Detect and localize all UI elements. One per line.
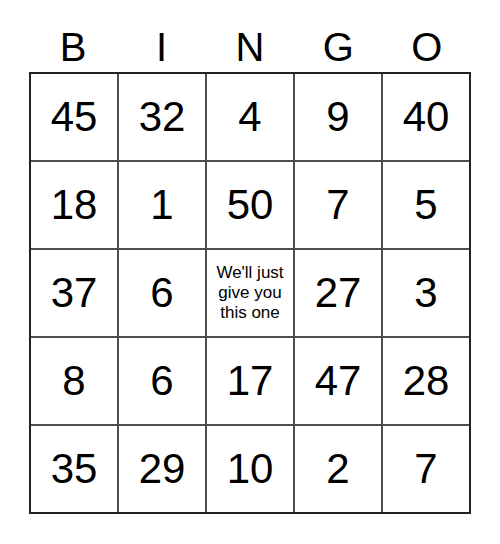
bingo-cell-r2c3[interactable]: 27 — [295, 250, 381, 336]
bingo-cell-r3c2[interactable]: 17 — [207, 338, 293, 424]
bingo-cell-r3c1[interactable]: 6 — [119, 338, 205, 424]
bingo-cell-r1c4[interactable]: 5 — [383, 162, 469, 248]
bingo-cell-r0c0[interactable]: 45 — [31, 74, 117, 160]
bingo-cell-r1c3[interactable]: 7 — [295, 162, 381, 248]
bingo-cell-r2c1[interactable]: 6 — [119, 250, 205, 336]
bingo-cell-r0c4[interactable]: 40 — [383, 74, 469, 160]
bingo-cell-free-space[interactable]: We'll just give you this one — [207, 250, 293, 336]
bingo-cell-r4c4[interactable]: 7 — [383, 426, 469, 512]
bingo-cell-r2c0[interactable]: 37 — [31, 250, 117, 336]
bingo-header: B I N G O — [29, 0, 471, 72]
bingo-cell-r3c3[interactable]: 47 — [295, 338, 381, 424]
header-letter-n: N — [206, 27, 294, 72]
bingo-cell-r3c0[interactable]: 8 — [31, 338, 117, 424]
bingo-cell-r0c2[interactable]: 4 — [207, 74, 293, 160]
bingo-cell-r3c4[interactable]: 28 — [383, 338, 469, 424]
bingo-cell-r1c2[interactable]: 50 — [207, 162, 293, 248]
bingo-cell-r0c1[interactable]: 32 — [119, 74, 205, 160]
bingo-card: B I N G O 45 32 4 9 40 18 1 50 7 5 37 6 … — [29, 0, 471, 514]
bingo-cell-r2c4[interactable]: 3 — [383, 250, 469, 336]
bingo-cell-r4c1[interactable]: 29 — [119, 426, 205, 512]
header-letter-g: G — [294, 27, 382, 72]
header-letter-b: B — [29, 27, 117, 72]
bingo-cell-r4c3[interactable]: 2 — [295, 426, 381, 512]
bingo-grid: 45 32 4 9 40 18 1 50 7 5 37 6 We'll just… — [29, 72, 471, 514]
bingo-cell-r4c0[interactable]: 35 — [31, 426, 117, 512]
bingo-cell-r0c3[interactable]: 9 — [295, 74, 381, 160]
header-letter-o: O — [383, 27, 471, 72]
bingo-cell-r4c2[interactable]: 10 — [207, 426, 293, 512]
bingo-cell-r1c0[interactable]: 18 — [31, 162, 117, 248]
bingo-cell-r1c1[interactable]: 1 — [119, 162, 205, 248]
header-letter-i: I — [117, 27, 205, 72]
